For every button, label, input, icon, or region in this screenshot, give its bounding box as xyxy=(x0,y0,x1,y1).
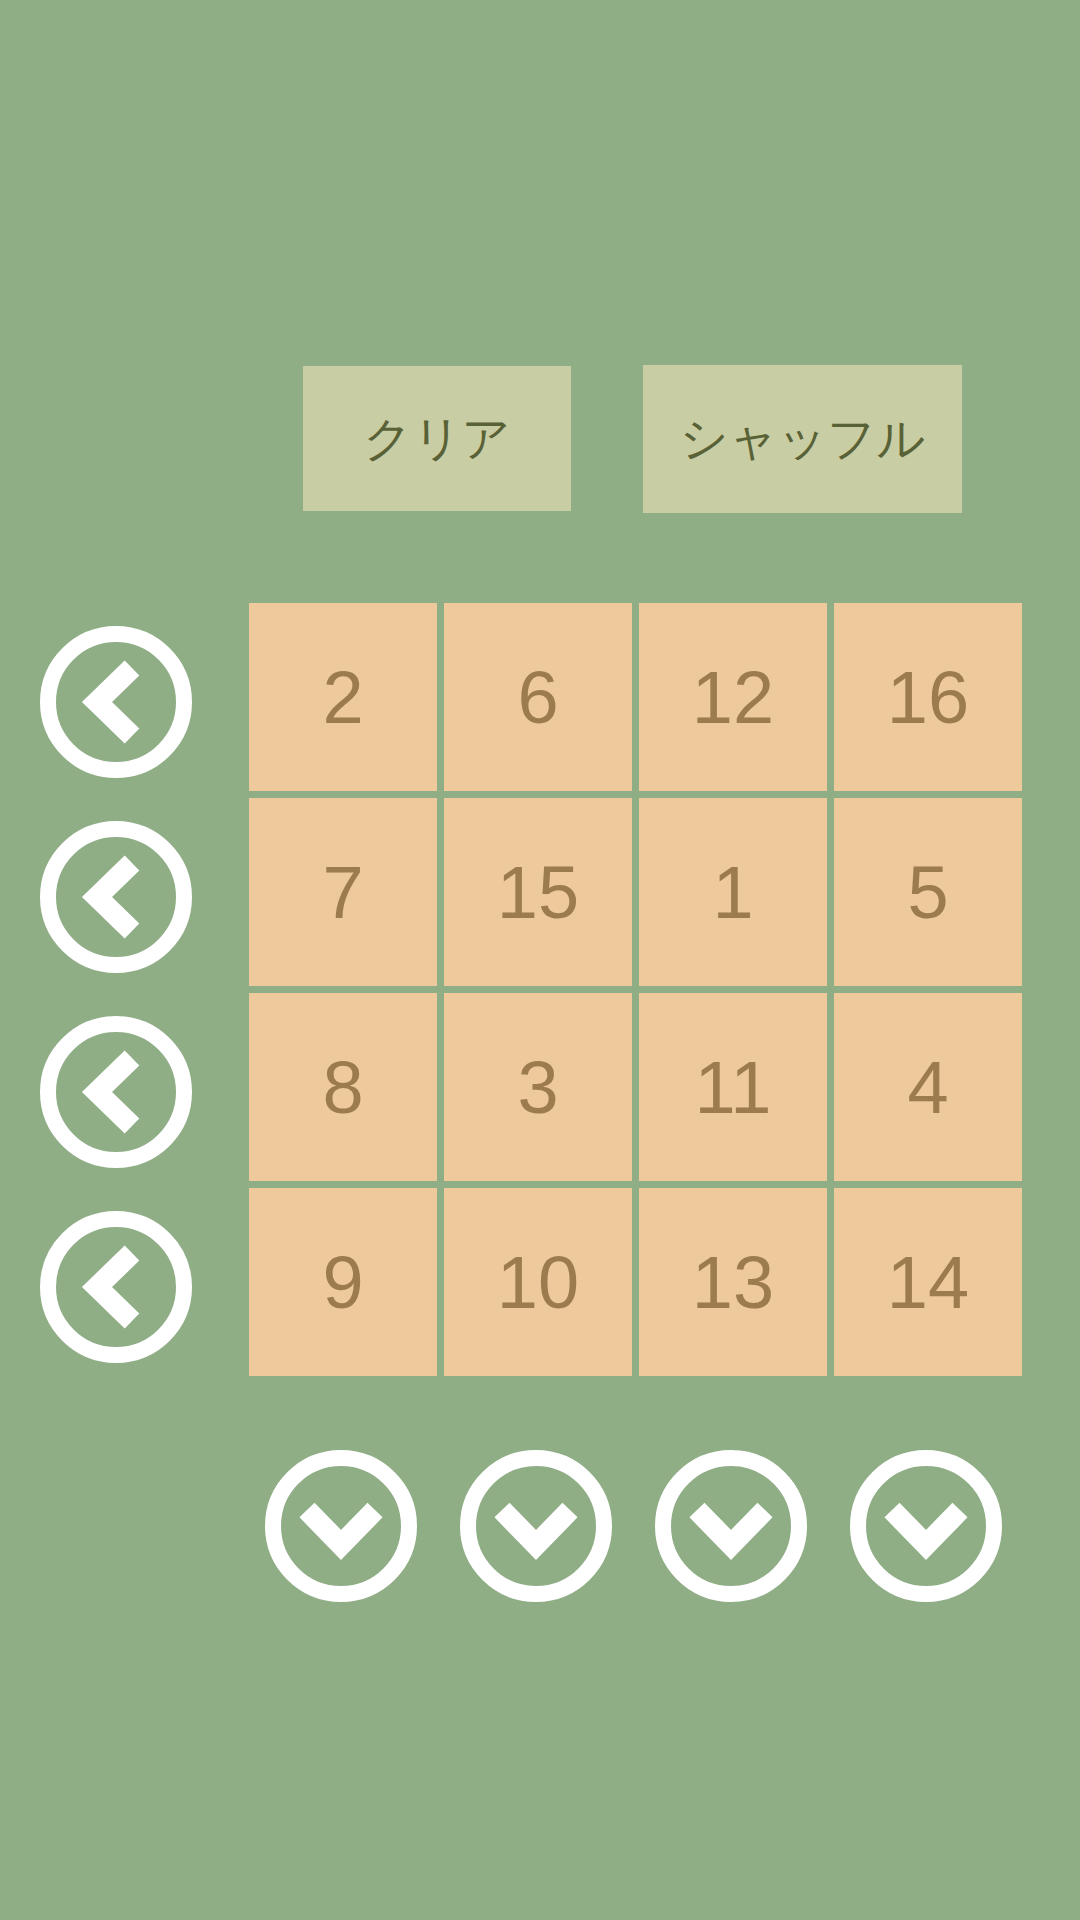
chevron-left-icon xyxy=(40,626,192,778)
tile-r2c1: 7 xyxy=(249,798,437,986)
tile-r4c4: 14 xyxy=(834,1188,1022,1376)
tile-r3c2: 3 xyxy=(444,993,632,1181)
tile-r1c1: 2 xyxy=(249,603,437,791)
shuffle-button[interactable]: シャッフル xyxy=(643,365,962,513)
game-screen: クリア シャッフル 2 6 12 16 7 15 1 5 8 3 11 4 9 … xyxy=(0,0,1080,1920)
clear-button[interactable]: クリア xyxy=(303,366,571,511)
tile-r2c3: 1 xyxy=(639,798,827,986)
tile-r3c3: 11 xyxy=(639,993,827,1181)
shift-row-4-left-button[interactable] xyxy=(40,1211,192,1363)
tile-r2c2: 15 xyxy=(444,798,632,986)
tile-r3c1: 8 xyxy=(249,993,437,1181)
tile-r3c4: 4 xyxy=(834,993,1022,1181)
tile-r1c4: 16 xyxy=(834,603,1022,791)
chevron-down-icon xyxy=(460,1450,612,1602)
shift-row-3-left-button[interactable] xyxy=(40,1016,192,1168)
chevron-down-icon xyxy=(265,1450,417,1602)
puzzle-board: 2 6 12 16 7 15 1 5 8 3 11 4 9 10 13 14 xyxy=(249,603,1022,1376)
chevron-left-icon xyxy=(40,1016,192,1168)
chevron-down-icon xyxy=(655,1450,807,1602)
tile-r4c3: 13 xyxy=(639,1188,827,1376)
tile-r4c2: 10 xyxy=(444,1188,632,1376)
chevron-down-icon xyxy=(850,1450,1002,1602)
chevron-left-icon xyxy=(40,1211,192,1363)
shift-col-1-down-button[interactable] xyxy=(265,1450,417,1602)
tile-r1c3: 12 xyxy=(639,603,827,791)
chevron-left-icon xyxy=(40,821,192,973)
shift-col-3-down-button[interactable] xyxy=(655,1450,807,1602)
shift-row-1-left-button[interactable] xyxy=(40,626,192,778)
shift-row-2-left-button[interactable] xyxy=(40,821,192,973)
tile-r4c1: 9 xyxy=(249,1188,437,1376)
tile-r2c4: 5 xyxy=(834,798,1022,986)
shift-col-4-down-button[interactable] xyxy=(850,1450,1002,1602)
shift-col-2-down-button[interactable] xyxy=(460,1450,612,1602)
tile-r1c2: 6 xyxy=(444,603,632,791)
